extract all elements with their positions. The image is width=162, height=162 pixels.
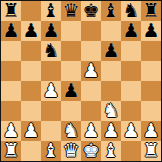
piece-white-pawn: ♟: [122, 121, 139, 140]
square-e4[interactable]: [81, 81, 101, 101]
piece-white-king: ♚: [82, 141, 99, 160]
square-c6[interactable]: ♞: [41, 41, 61, 61]
square-d8[interactable]: ♛: [61, 1, 81, 21]
square-a5[interactable]: [1, 61, 21, 81]
square-e1[interactable]: ♚: [81, 141, 101, 161]
square-g5[interactable]: [121, 61, 141, 81]
square-g4[interactable]: [121, 81, 141, 101]
square-b5[interactable]: [21, 61, 41, 81]
piece-white-pawn: ♟: [82, 61, 99, 80]
square-e5[interactable]: ♟: [81, 61, 101, 81]
square-h6[interactable]: [141, 41, 161, 61]
piece-white-pawn: ♟: [2, 121, 19, 140]
square-c3[interactable]: [41, 101, 61, 121]
piece-white-pawn: ♟: [82, 121, 99, 140]
square-d5[interactable]: [61, 61, 81, 81]
square-e6[interactable]: [81, 41, 101, 61]
square-g8[interactable]: ♞: [121, 1, 141, 21]
piece-black-pawn: ♟: [102, 41, 119, 60]
square-b2[interactable]: ♟: [21, 121, 41, 141]
square-g3[interactable]: [121, 101, 141, 121]
square-d6[interactable]: [61, 41, 81, 61]
square-a6[interactable]: [1, 41, 21, 61]
square-g1[interactable]: [121, 141, 141, 161]
piece-black-queen: ♛: [62, 1, 79, 20]
chess-board: ♜♝♛♚♝♞♜♟♟♟♟♟♞♟♟♟♟♞♟♟♞♟♟♟♟♜♝♛♚♝♜: [0, 0, 162, 162]
piece-black-bishop: ♝: [42, 1, 59, 20]
piece-white-rook: ♜: [2, 141, 19, 160]
square-g7[interactable]: ♟: [121, 21, 141, 41]
square-f4[interactable]: [101, 81, 121, 101]
piece-white-queen: ♛: [62, 141, 79, 160]
piece-white-bishop: ♝: [42, 141, 59, 160]
piece-white-bishop: ♝: [102, 141, 119, 160]
piece-black-knight: ♞: [122, 1, 139, 20]
square-g6[interactable]: [121, 41, 141, 61]
square-e8[interactable]: ♚: [81, 1, 101, 21]
square-h5[interactable]: [141, 61, 161, 81]
square-a3[interactable]: [1, 101, 21, 121]
square-g2[interactable]: ♟: [121, 121, 141, 141]
square-d3[interactable]: [61, 101, 81, 121]
piece-white-knight: ♞: [62, 121, 79, 140]
square-h1[interactable]: ♜: [141, 141, 161, 161]
square-a8[interactable]: ♜: [1, 1, 21, 21]
square-d1[interactable]: ♛: [61, 141, 81, 161]
square-c5[interactable]: [41, 61, 61, 81]
piece-white-pawn: ♟: [42, 81, 59, 100]
piece-black-knight: ♞: [42, 41, 59, 60]
square-f2[interactable]: ♟: [101, 121, 121, 141]
piece-black-pawn: ♟: [122, 21, 139, 40]
square-e7[interactable]: [81, 21, 101, 41]
piece-white-rook: ♜: [142, 141, 159, 160]
piece-black-pawn: ♟: [62, 81, 79, 100]
piece-white-pawn: ♟: [22, 121, 39, 140]
piece-white-pawn: ♟: [102, 121, 119, 140]
square-a7[interactable]: ♟: [1, 21, 21, 41]
piece-white-pawn: ♟: [142, 121, 159, 140]
square-c7[interactable]: ♟: [41, 21, 61, 41]
square-h3[interactable]: [141, 101, 161, 121]
piece-black-rook: ♜: [142, 1, 159, 20]
piece-black-pawn: ♟: [142, 21, 159, 40]
piece-black-rook: ♜: [2, 1, 19, 20]
square-c8[interactable]: ♝: [41, 1, 61, 21]
piece-black-pawn: ♟: [22, 21, 39, 40]
square-e2[interactable]: ♟: [81, 121, 101, 141]
square-h4[interactable]: [141, 81, 161, 101]
square-e3[interactable]: [81, 101, 101, 121]
square-a2[interactable]: ♟: [1, 121, 21, 141]
square-h8[interactable]: ♜: [141, 1, 161, 21]
square-f3[interactable]: ♞: [101, 101, 121, 121]
square-f5[interactable]: [101, 61, 121, 81]
piece-black-bishop: ♝: [102, 1, 119, 20]
square-h7[interactable]: ♟: [141, 21, 161, 41]
square-d7[interactable]: [61, 21, 81, 41]
square-a1[interactable]: ♜: [1, 141, 21, 161]
square-d4[interactable]: ♟: [61, 81, 81, 101]
square-b3[interactable]: [21, 101, 41, 121]
square-d2[interactable]: ♞: [61, 121, 81, 141]
square-f7[interactable]: [101, 21, 121, 41]
piece-black-pawn: ♟: [2, 21, 19, 40]
square-b8[interactable]: [21, 1, 41, 21]
square-c2[interactable]: [41, 121, 61, 141]
piece-white-knight: ♞: [102, 101, 119, 120]
square-c1[interactable]: ♝: [41, 141, 61, 161]
square-c4[interactable]: ♟: [41, 81, 61, 101]
square-f1[interactable]: ♝: [101, 141, 121, 161]
piece-black-king: ♚: [82, 1, 99, 20]
square-b4[interactable]: [21, 81, 41, 101]
square-a4[interactable]: [1, 81, 21, 101]
square-b6[interactable]: [21, 41, 41, 61]
square-b7[interactable]: ♟: [21, 21, 41, 41]
square-h2[interactable]: ♟: [141, 121, 161, 141]
square-f6[interactable]: ♟: [101, 41, 121, 61]
piece-black-pawn: ♟: [42, 21, 59, 40]
square-b1[interactable]: [21, 141, 41, 161]
square-f8[interactable]: ♝: [101, 1, 121, 21]
